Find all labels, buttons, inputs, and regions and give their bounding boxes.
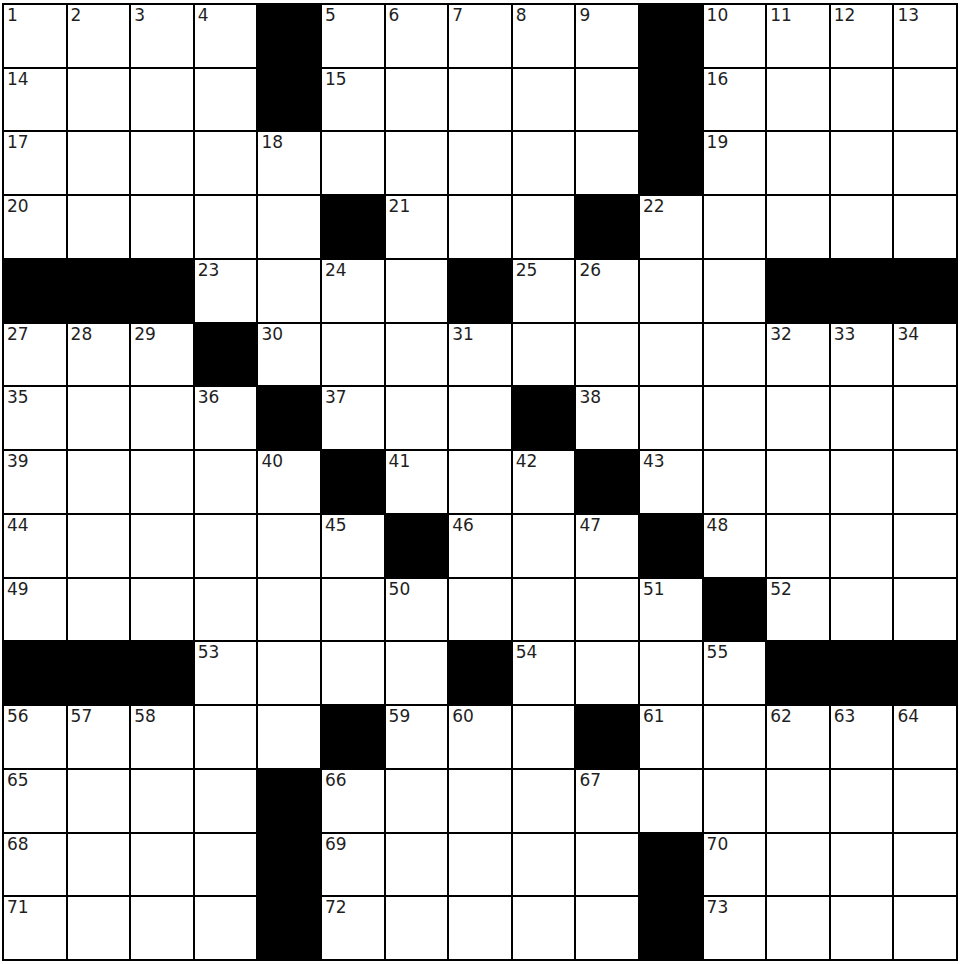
clue-number: 3 (134, 5, 145, 25)
clue-number: 64 (897, 706, 919, 726)
crossword-cell[interactable] (131, 451, 193, 513)
crossword-cell[interactable]: 15 (322, 69, 384, 131)
crossword-grid: 1234567891011121314151617181920212223242… (2, 3, 958, 961)
crossword-cell[interactable] (449, 387, 511, 449)
clue-number: 1 (7, 5, 18, 25)
clue-number: 71 (7, 897, 29, 917)
crossword-cell[interactable]: 26 (576, 260, 638, 322)
crossword-cell[interactable] (131, 515, 193, 577)
crossword-cell[interactable]: 20 (4, 196, 66, 258)
crossword-cell[interactable] (68, 770, 130, 832)
clue-number: 60 (452, 706, 474, 726)
crossword-cell[interactable]: 2 (68, 5, 130, 67)
crossword-cell[interactable] (322, 132, 384, 194)
clue-number: 4 (198, 5, 209, 25)
crossword-cell[interactable] (831, 387, 893, 449)
clue-number: 65 (7, 770, 29, 790)
clue-number: 15 (325, 69, 347, 89)
crossword-cell[interactable]: 6 (386, 5, 448, 67)
crossword-cell[interactable]: 72 (322, 897, 384, 959)
crossword-cell[interactable] (131, 69, 193, 131)
crossword-cell[interactable]: 60 (449, 706, 511, 768)
crossword-cell[interactable]: 55 (704, 642, 766, 704)
crossword-cell[interactable] (513, 324, 575, 386)
clue-number: 12 (834, 5, 856, 25)
crossword-cell[interactable] (704, 324, 766, 386)
crossword-cell[interactable]: 47 (576, 515, 638, 577)
clue-number: 41 (389, 451, 411, 471)
crossword-cell[interactable] (894, 132, 956, 194)
black-cell (322, 451, 384, 513)
clue-number: 47 (579, 515, 601, 535)
black-cell (831, 642, 893, 704)
crossword-cell[interactable] (386, 324, 448, 386)
black-cell (258, 69, 320, 131)
clue-number: 16 (707, 69, 729, 89)
clue-number: 6 (389, 5, 400, 25)
crossword-cell[interactable]: 67 (576, 770, 638, 832)
clue-number: 68 (7, 834, 29, 854)
black-cell (640, 897, 702, 959)
crossword-cell[interactable] (640, 770, 702, 832)
crossword-cell[interactable]: 32 (767, 324, 829, 386)
black-cell (322, 706, 384, 768)
crossword-cell[interactable] (258, 642, 320, 704)
crossword-cell[interactable] (767, 196, 829, 258)
crossword-cell[interactable] (767, 132, 829, 194)
crossword-cell[interactable]: 19 (704, 132, 766, 194)
clue-number: 61 (643, 706, 665, 726)
crossword-cell[interactable] (831, 69, 893, 131)
crossword-cell[interactable] (195, 897, 257, 959)
crossword-cell[interactable] (131, 770, 193, 832)
crossword-cell[interactable]: 53 (195, 642, 257, 704)
crossword-cell[interactable] (68, 579, 130, 641)
black-cell (131, 642, 193, 704)
crossword-cell[interactable] (831, 515, 893, 577)
crossword-cell[interactable]: 9 (576, 5, 638, 67)
crossword-cell[interactable]: 33 (831, 324, 893, 386)
crossword-cell[interactable] (258, 706, 320, 768)
clue-number: 48 (707, 515, 729, 535)
crossword-cell[interactable] (258, 260, 320, 322)
clue-number: 50 (389, 579, 411, 599)
crossword-cell[interactable] (576, 324, 638, 386)
clue-number: 59 (389, 706, 411, 726)
crossword-cell[interactable] (68, 196, 130, 258)
crossword-cell[interactable] (513, 579, 575, 641)
clue-number: 21 (389, 196, 411, 216)
clue-number: 39 (7, 451, 29, 471)
clue-number: 37 (325, 387, 347, 407)
crossword-cell[interactable]: 29 (131, 324, 193, 386)
crossword-cell[interactable] (68, 69, 130, 131)
crossword-cell[interactable] (131, 579, 193, 641)
crossword-cell[interactable] (894, 69, 956, 131)
crossword-cell[interactable] (386, 642, 448, 704)
crossword-cell[interactable]: 34 (894, 324, 956, 386)
crossword-cell[interactable]: 73 (704, 897, 766, 959)
crossword-cell[interactable]: 23 (195, 260, 257, 322)
crossword-cell[interactable] (449, 834, 511, 896)
black-cell (322, 196, 384, 258)
clue-number: 30 (261, 324, 283, 344)
crossword-cell[interactable]: 40 (258, 451, 320, 513)
black-cell (640, 5, 702, 67)
clue-number: 18 (261, 132, 283, 152)
crossword-cell[interactable] (767, 770, 829, 832)
crossword-cell[interactable] (767, 834, 829, 896)
crossword-cell[interactable] (68, 132, 130, 194)
black-cell (640, 515, 702, 577)
crossword-cell[interactable]: 71 (4, 897, 66, 959)
crossword-cell[interactable]: 57 (68, 706, 130, 768)
crossword-cell[interactable] (767, 387, 829, 449)
crossword-cell[interactable] (513, 196, 575, 258)
crossword-cell[interactable] (640, 260, 702, 322)
clue-number: 72 (325, 897, 347, 917)
black-cell (131, 260, 193, 322)
black-cell (258, 834, 320, 896)
crossword-cell[interactable] (894, 387, 956, 449)
crossword-cell[interactable] (68, 834, 130, 896)
crossword-cell[interactable]: 46 (449, 515, 511, 577)
black-cell (831, 260, 893, 322)
black-cell (68, 642, 130, 704)
crossword-cell[interactable]: 5 (322, 5, 384, 67)
crossword-cell[interactable] (68, 451, 130, 513)
crossword-cell[interactable] (576, 579, 638, 641)
clue-number: 45 (325, 515, 347, 535)
crossword-cell[interactable]: 66 (322, 770, 384, 832)
crossword-cell[interactable]: 1 (4, 5, 66, 67)
clue-number: 69 (325, 834, 347, 854)
crossword-cell[interactable] (894, 515, 956, 577)
crossword-cell[interactable]: 42 (513, 451, 575, 513)
crossword-cell[interactable]: 39 (4, 451, 66, 513)
crossword-cell[interactable]: 37 (322, 387, 384, 449)
crossword-cell[interactable] (449, 579, 511, 641)
crossword-cell[interactable] (386, 260, 448, 322)
crossword-cell[interactable] (195, 196, 257, 258)
clue-number: 56 (7, 706, 29, 726)
black-cell (640, 69, 702, 131)
crossword-cell[interactable] (767, 451, 829, 513)
crossword-cell[interactable]: 65 (4, 770, 66, 832)
black-cell (258, 5, 320, 67)
clue-number: 10 (707, 5, 729, 25)
clue-number: 31 (452, 324, 474, 344)
clue-number: 5 (325, 5, 336, 25)
crossword-cell[interactable] (195, 132, 257, 194)
crossword-cell[interactable]: 18 (258, 132, 320, 194)
crossword-cell[interactable]: 16 (704, 69, 766, 131)
crossword-cell[interactable]: 31 (449, 324, 511, 386)
crossword-cell[interactable] (894, 451, 956, 513)
crossword-cell[interactable]: 38 (576, 387, 638, 449)
black-cell (576, 706, 638, 768)
clue-number: 34 (897, 324, 919, 344)
crossword-cell[interactable]: 35 (4, 387, 66, 449)
crossword-cell[interactable] (131, 387, 193, 449)
clue-number: 33 (834, 324, 856, 344)
crossword-cell[interactable] (513, 897, 575, 959)
black-cell (894, 642, 956, 704)
crossword-cell[interactable] (131, 897, 193, 959)
crossword-cell[interactable] (322, 642, 384, 704)
clue-number: 43 (643, 451, 665, 471)
crossword-cell[interactable]: 21 (386, 196, 448, 258)
crossword-cell[interactable] (195, 706, 257, 768)
clue-number: 62 (770, 706, 792, 726)
clue-number: 2 (71, 5, 82, 25)
clue-number: 25 (516, 260, 538, 280)
clue-number: 55 (707, 642, 729, 662)
crossword-cell[interactable] (195, 515, 257, 577)
crossword-cell[interactable]: 28 (68, 324, 130, 386)
crossword-cell[interactable]: 17 (4, 132, 66, 194)
clue-number: 24 (325, 260, 347, 280)
crossword-cell[interactable] (386, 770, 448, 832)
crossword-cell[interactable]: 52 (767, 579, 829, 641)
crossword-cell[interactable]: 58 (131, 706, 193, 768)
crossword-cell[interactable]: 3 (131, 5, 193, 67)
crossword-cell[interactable] (640, 642, 702, 704)
clue-number: 27 (7, 324, 29, 344)
crossword-cell[interactable] (131, 132, 193, 194)
crossword-cell[interactable]: 61 (640, 706, 702, 768)
black-cell (68, 260, 130, 322)
crossword-cell[interactable] (68, 897, 130, 959)
crossword-cell[interactable] (513, 132, 575, 194)
crossword-cell[interactable] (704, 260, 766, 322)
crossword-cell[interactable] (386, 897, 448, 959)
clue-number: 46 (452, 515, 474, 535)
crossword-cell[interactable]: 8 (513, 5, 575, 67)
crossword-cell[interactable]: 22 (640, 196, 702, 258)
crossword-cell[interactable] (449, 69, 511, 131)
crossword-cell[interactable] (195, 451, 257, 513)
crossword-cell[interactable] (894, 834, 956, 896)
black-cell (4, 260, 66, 322)
crossword-cell[interactable] (195, 770, 257, 832)
crossword-cell[interactable] (513, 706, 575, 768)
clue-number: 73 (707, 897, 729, 917)
crossword-cell[interactable] (449, 132, 511, 194)
clue-number: 13 (897, 5, 919, 25)
clue-number: 29 (134, 324, 156, 344)
crossword-cell[interactable] (258, 515, 320, 577)
crossword-cell[interactable]: 7 (449, 5, 511, 67)
black-cell (449, 642, 511, 704)
crossword-cell[interactable] (831, 196, 893, 258)
clue-number: 44 (7, 515, 29, 535)
clue-number: 22 (643, 196, 665, 216)
crossword-cell[interactable] (831, 834, 893, 896)
crossword-cell[interactable] (449, 451, 511, 513)
crossword-cell[interactable] (258, 196, 320, 258)
crossword-cell[interactable] (831, 451, 893, 513)
crossword-cell[interactable] (131, 834, 193, 896)
clue-number: 20 (7, 196, 29, 216)
crossword-cell[interactable] (513, 515, 575, 577)
crossword-cell[interactable] (513, 834, 575, 896)
clue-number: 40 (261, 451, 283, 471)
crossword-cell[interactable]: 36 (195, 387, 257, 449)
crossword-cell[interactable] (513, 770, 575, 832)
crossword-cell[interactable] (894, 196, 956, 258)
clue-number: 54 (516, 642, 538, 662)
black-cell (576, 196, 638, 258)
crossword-cell[interactable] (704, 770, 766, 832)
crossword-cell[interactable] (894, 897, 956, 959)
clue-number: 32 (770, 324, 792, 344)
crossword-cell[interactable] (195, 579, 257, 641)
crossword-cell[interactable] (704, 196, 766, 258)
clue-number: 51 (643, 579, 665, 599)
black-cell (258, 770, 320, 832)
crossword-cell[interactable]: 50 (386, 579, 448, 641)
crossword-cell[interactable] (322, 324, 384, 386)
black-cell (449, 260, 511, 322)
crossword-cell[interactable] (894, 579, 956, 641)
clue-number: 36 (198, 387, 220, 407)
crossword-cell[interactable]: 27 (4, 324, 66, 386)
crossword-cell[interactable] (576, 834, 638, 896)
black-cell (4, 642, 66, 704)
crossword-cell[interactable]: 13 (894, 5, 956, 67)
clue-number: 11 (770, 5, 792, 25)
crossword-cell[interactable] (449, 196, 511, 258)
clue-number: 35 (7, 387, 29, 407)
black-cell (258, 387, 320, 449)
crossword-cell[interactable]: 49 (4, 579, 66, 641)
crossword-cell[interactable]: 10 (704, 5, 766, 67)
crossword-cell[interactable]: 41 (386, 451, 448, 513)
black-cell (513, 387, 575, 449)
crossword-cell[interactable] (640, 387, 702, 449)
clue-number: 14 (7, 69, 29, 89)
clue-number: 28 (71, 324, 93, 344)
clue-number: 7 (452, 5, 463, 25)
clue-number: 57 (71, 706, 93, 726)
crossword-cell[interactable] (195, 834, 257, 896)
crossword-cell[interactable] (449, 770, 511, 832)
clue-number: 8 (516, 5, 527, 25)
crossword-cell[interactable]: 51 (640, 579, 702, 641)
crossword-cell[interactable] (767, 515, 829, 577)
crossword-cell[interactable]: 68 (4, 834, 66, 896)
crossword-cell[interactable] (831, 579, 893, 641)
crossword-cell[interactable]: 12 (831, 5, 893, 67)
clue-number: 53 (198, 642, 220, 662)
clue-number: 58 (134, 706, 156, 726)
crossword-cell[interactable]: 64 (894, 706, 956, 768)
clue-number: 63 (834, 706, 856, 726)
crossword-cell[interactable]: 30 (258, 324, 320, 386)
crossword-cell[interactable] (767, 897, 829, 959)
crossword-cell[interactable] (576, 69, 638, 131)
crossword-cell[interactable] (704, 387, 766, 449)
crossword-cell[interactable] (68, 515, 130, 577)
crossword-cell[interactable]: 11 (767, 5, 829, 67)
crossword-cell[interactable]: 25 (513, 260, 575, 322)
crossword-cell[interactable]: 56 (4, 706, 66, 768)
crossword-cell[interactable]: 48 (704, 515, 766, 577)
clue-number: 70 (707, 834, 729, 854)
black-cell (894, 260, 956, 322)
crossword-cell[interactable] (831, 897, 893, 959)
crossword-cell[interactable] (386, 132, 448, 194)
crossword-cell[interactable] (386, 834, 448, 896)
clue-number: 9 (579, 5, 590, 25)
crossword-cell[interactable] (386, 69, 448, 131)
clue-number: 66 (325, 770, 347, 790)
clue-number: 26 (579, 260, 601, 280)
crossword-cell[interactable]: 24 (322, 260, 384, 322)
crossword-cell[interactable] (831, 132, 893, 194)
crossword-cell[interactable] (576, 897, 638, 959)
crossword-cell[interactable] (767, 69, 829, 131)
crossword-cell[interactable]: 43 (640, 451, 702, 513)
clue-number: 49 (7, 579, 29, 599)
crossword-cell[interactable] (258, 579, 320, 641)
clue-number: 42 (516, 451, 538, 471)
crossword-page: 1234567891011121314151617181920212223242… (0, 0, 960, 964)
crossword-cell[interactable]: 59 (386, 706, 448, 768)
crossword-cell[interactable] (831, 770, 893, 832)
crossword-cell[interactable] (704, 706, 766, 768)
black-cell (640, 834, 702, 896)
crossword-cell[interactable]: 69 (322, 834, 384, 896)
crossword-cell[interactable]: 62 (767, 706, 829, 768)
clue-number: 23 (198, 260, 220, 280)
clue-number: 52 (770, 579, 792, 599)
crossword-cell[interactable] (576, 132, 638, 194)
clue-number: 67 (579, 770, 601, 790)
crossword-cell[interactable] (131, 196, 193, 258)
crossword-cell[interactable]: 45 (322, 515, 384, 577)
crossword-cell[interactable] (195, 69, 257, 131)
crossword-cell[interactable] (894, 770, 956, 832)
black-cell (386, 515, 448, 577)
black-cell (767, 642, 829, 704)
black-cell (576, 451, 638, 513)
crossword-cell[interactable] (68, 387, 130, 449)
crossword-cell[interactable]: 44 (4, 515, 66, 577)
crossword-cell[interactable] (576, 642, 638, 704)
crossword-cell[interactable] (386, 387, 448, 449)
black-cell (195, 324, 257, 386)
crossword-cell[interactable]: 4 (195, 5, 257, 67)
clue-number: 38 (579, 387, 601, 407)
crossword-cell[interactable] (449, 897, 511, 959)
crossword-cell[interactable]: 54 (513, 642, 575, 704)
clue-number: 19 (707, 132, 729, 152)
crossword-cell[interactable] (322, 579, 384, 641)
crossword-cell[interactable] (704, 451, 766, 513)
crossword-cell[interactable]: 14 (4, 69, 66, 131)
black-cell (767, 260, 829, 322)
black-cell (704, 579, 766, 641)
crossword-cell[interactable]: 70 (704, 834, 766, 896)
crossword-cell[interactable] (513, 69, 575, 131)
black-cell (258, 897, 320, 959)
black-cell (640, 132, 702, 194)
crossword-cell[interactable]: 63 (831, 706, 893, 768)
clue-number: 17 (7, 132, 29, 152)
crossword-cell[interactable] (640, 324, 702, 386)
